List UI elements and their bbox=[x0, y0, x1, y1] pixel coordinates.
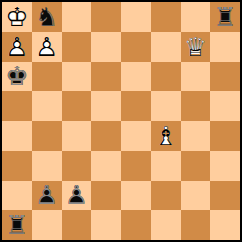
square-d8[interactable] bbox=[91, 2, 121, 32]
square-b4[interactable] bbox=[32, 121, 62, 151]
square-e5[interactable] bbox=[121, 91, 151, 121]
rook-glyph-outline: ♖ bbox=[2, 210, 32, 240]
square-e8[interactable] bbox=[121, 2, 151, 32]
square-a5[interactable] bbox=[2, 91, 32, 121]
square-f6[interactable] bbox=[151, 62, 181, 92]
white-bishop-f4: ♝♗ bbox=[151, 121, 181, 151]
black-rook-a1: ♜♖ bbox=[2, 210, 32, 240]
square-h5[interactable] bbox=[210, 91, 240, 121]
square-c3[interactable] bbox=[62, 151, 92, 181]
square-c4[interactable] bbox=[62, 121, 92, 151]
square-f1[interactable] bbox=[151, 210, 181, 240]
square-h8[interactable]: ♜♖ bbox=[210, 2, 240, 32]
queen-glyph-outline: ♕ bbox=[181, 32, 211, 62]
square-h1[interactable] bbox=[210, 210, 240, 240]
square-f3[interactable] bbox=[151, 151, 181, 181]
rook-glyph-outline: ♖ bbox=[210, 2, 240, 32]
square-e6[interactable] bbox=[121, 62, 151, 92]
square-h7[interactable] bbox=[210, 32, 240, 62]
square-a2[interactable] bbox=[2, 181, 32, 211]
square-b6[interactable] bbox=[32, 62, 62, 92]
square-e4[interactable] bbox=[121, 121, 151, 151]
pawn-glyph-outline: ♙ bbox=[32, 32, 62, 62]
square-c7[interactable] bbox=[62, 32, 92, 62]
pawn-glyph-outline: ♙ bbox=[2, 32, 32, 62]
bishop-glyph-outline: ♗ bbox=[151, 121, 181, 151]
square-e7[interactable] bbox=[121, 32, 151, 62]
square-g3[interactable] bbox=[181, 151, 211, 181]
square-h4[interactable] bbox=[210, 121, 240, 151]
square-f4[interactable]: ♝♗ bbox=[151, 121, 181, 151]
square-b7[interactable]: ♟♙ bbox=[32, 32, 62, 62]
white-pawn-a7: ♟♙ bbox=[2, 32, 32, 62]
square-a8[interactable]: ♚♔ bbox=[2, 2, 32, 32]
king-glyph-outline: ♔ bbox=[2, 62, 32, 92]
square-c2[interactable]: ♟♙ bbox=[62, 181, 92, 211]
square-e1[interactable] bbox=[121, 210, 151, 240]
square-d5[interactable] bbox=[91, 91, 121, 121]
square-c5[interactable] bbox=[62, 91, 92, 121]
square-g7[interactable]: ♛♕ bbox=[181, 32, 211, 62]
square-g6[interactable] bbox=[181, 62, 211, 92]
square-d3[interactable] bbox=[91, 151, 121, 181]
black-pawn-b2: ♟♙ bbox=[32, 181, 62, 211]
square-b8[interactable]: ♞♘ bbox=[32, 2, 62, 32]
square-f7[interactable] bbox=[151, 32, 181, 62]
square-c8[interactable] bbox=[62, 2, 92, 32]
knight-glyph-outline: ♘ bbox=[32, 2, 62, 32]
square-d1[interactable] bbox=[91, 210, 121, 240]
pawn-glyph-outline: ♙ bbox=[32, 181, 62, 211]
square-c1[interactable] bbox=[62, 210, 92, 240]
square-f2[interactable] bbox=[151, 181, 181, 211]
square-d7[interactable] bbox=[91, 32, 121, 62]
square-d2[interactable] bbox=[91, 181, 121, 211]
black-pawn-c2: ♟♙ bbox=[62, 181, 92, 211]
black-king-a6: ♚♔ bbox=[2, 62, 32, 92]
square-g1[interactable] bbox=[181, 210, 211, 240]
square-f8[interactable] bbox=[151, 2, 181, 32]
white-pawn-b7: ♟♙ bbox=[32, 32, 62, 62]
white-queen-g7: ♛♕ bbox=[181, 32, 211, 62]
square-b3[interactable] bbox=[32, 151, 62, 181]
chess-board: ♚♔♞♘♜♖♟♙♟♙♛♕♚♔♝♗♟♙♟♙♜♖ bbox=[0, 0, 242, 242]
square-h3[interactable] bbox=[210, 151, 240, 181]
square-a4[interactable] bbox=[2, 121, 32, 151]
square-a7[interactable]: ♟♙ bbox=[2, 32, 32, 62]
square-h6[interactable] bbox=[210, 62, 240, 92]
square-b1[interactable] bbox=[32, 210, 62, 240]
square-g4[interactable] bbox=[181, 121, 211, 151]
square-h2[interactable] bbox=[210, 181, 240, 211]
square-f5[interactable] bbox=[151, 91, 181, 121]
white-king-a8: ♚♔ bbox=[2, 2, 32, 32]
black-rook-h8: ♜♖ bbox=[210, 2, 240, 32]
square-e3[interactable] bbox=[121, 151, 151, 181]
square-d6[interactable] bbox=[91, 62, 121, 92]
black-knight-b8: ♞♘ bbox=[32, 2, 62, 32]
square-a6[interactable]: ♚♔ bbox=[2, 62, 32, 92]
square-g5[interactable] bbox=[181, 91, 211, 121]
square-g2[interactable] bbox=[181, 181, 211, 211]
pawn-glyph-outline: ♙ bbox=[62, 181, 92, 211]
square-c6[interactable] bbox=[62, 62, 92, 92]
square-b2[interactable]: ♟♙ bbox=[32, 181, 62, 211]
square-a1[interactable]: ♜♖ bbox=[2, 210, 32, 240]
king-glyph-outline: ♔ bbox=[2, 2, 32, 32]
chess-diagram: ♚♔♞♘♜♖♟♙♟♙♛♕♚♔♝♗♟♙♟♙♜♖ bbox=[0, 0, 242, 242]
square-e2[interactable] bbox=[121, 181, 151, 211]
square-b5[interactable] bbox=[32, 91, 62, 121]
square-d4[interactable] bbox=[91, 121, 121, 151]
square-a3[interactable] bbox=[2, 151, 32, 181]
square-g8[interactable] bbox=[181, 2, 211, 32]
